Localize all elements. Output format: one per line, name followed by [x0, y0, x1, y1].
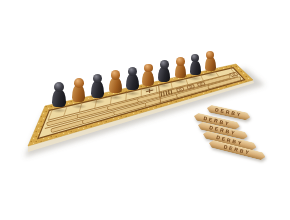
peg-black[interactable] — [52, 82, 66, 111]
peg-black[interactable] — [158, 60, 170, 86]
peg-natural[interactable] — [205, 51, 216, 75]
peg-black[interactable] — [126, 67, 138, 94]
game-board — [0, 0, 290, 220]
peg-black[interactable] — [91, 74, 104, 102]
scene: DERBY DERBY DERBY DERBY DERBY — [0, 0, 290, 220]
peg-head — [74, 78, 84, 88]
peg-body — [52, 90, 66, 107]
peg-head — [54, 82, 64, 92]
peg-body — [190, 61, 201, 75]
peg-head — [128, 67, 137, 76]
peg-head — [176, 57, 185, 66]
peg-body — [91, 81, 104, 97]
peg-body — [126, 74, 138, 90]
peg-natural[interactable] — [175, 57, 187, 82]
peg-body — [205, 57, 216, 71]
peg-black[interactable] — [190, 54, 201, 79]
peg-body — [72, 85, 85, 102]
peg-natural[interactable] — [142, 64, 154, 90]
peg-body — [142, 71, 154, 86]
peg-body — [158, 67, 170, 82]
peg-natural[interactable] — [109, 70, 122, 97]
peg-body — [175, 64, 187, 79]
peg-head — [111, 70, 120, 79]
peg-body — [109, 78, 122, 94]
peg-head — [160, 60, 169, 69]
peg-natural[interactable] — [72, 78, 85, 107]
